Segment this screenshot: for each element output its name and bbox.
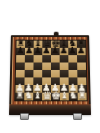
square-c2: ♟ [33, 85, 42, 93]
square-c4 [33, 70, 42, 78]
white-bishop: ♝ [60, 92, 69, 100]
black-rook: ♜ [77, 40, 86, 47]
square-f6 [60, 55, 69, 62]
square-h1: ♜ [78, 93, 87, 101]
black-pawn: ♟ [42, 47, 51, 54]
square-h8: ♜ [77, 41, 86, 48]
square-c1: ♝ [33, 93, 42, 101]
black-pawn: ♟ [60, 47, 69, 54]
white-knight: ♞ [69, 92, 78, 100]
square-g4 [68, 70, 77, 78]
square-g7: ♟ [68, 48, 77, 55]
white-pawn: ♟ [69, 84, 78, 92]
black-rook: ♜ [16, 40, 25, 47]
black-pawn: ♟ [68, 47, 77, 54]
square-d3 [42, 77, 51, 85]
hinge-left [20, 113, 29, 120]
black-pawn: ♟ [16, 47, 25, 54]
square-h7: ♟ [77, 48, 86, 55]
white-rook: ♜ [78, 92, 87, 100]
square-d6 [42, 55, 51, 62]
square-h3 [77, 77, 86, 85]
white-king: ♚ [51, 92, 60, 100]
square-b2: ♟ [24, 85, 33, 93]
square-a7: ♟ [16, 48, 25, 55]
square-f7: ♟ [60, 48, 69, 55]
black-bishop: ♝ [34, 40, 43, 47]
square-d4 [42, 70, 51, 78]
square-g2: ♟ [69, 85, 78, 93]
white-queen: ♛ [42, 92, 51, 100]
black-pawn: ♟ [25, 47, 34, 54]
square-c5 [33, 63, 42, 70]
square-h4 [77, 70, 86, 78]
square-d2: ♟ [42, 85, 51, 93]
square-b6 [25, 55, 34, 62]
square-c3 [33, 77, 42, 85]
white-knight: ♞ [24, 92, 33, 100]
square-a4 [16, 70, 25, 78]
marquetry-border: ♜♞♝♛♚♝♞♜♟♟♟♟♟♟♟♟♟♟♟♟♟♟♟♟♜♞♝♛♚♝♞♜ [11, 37, 89, 104]
white-pawn: ♟ [77, 84, 86, 92]
chess-box: ♜♞♝♛♚♝♞♜♟♟♟♟♟♟♟♟♟♟♟♟♟♟♟♟♜♞♝♛♚♝♞♜ [9, 35, 91, 115]
square-b7: ♟ [25, 48, 34, 55]
white-pawn: ♟ [42, 84, 51, 92]
square-d7: ♟ [42, 48, 51, 55]
product-photo: { "game": "chess", "scene": { "descripti… [0, 0, 100, 133]
white-rook: ♜ [15, 92, 24, 100]
square-a8: ♜ [16, 41, 25, 48]
square-e7: ♟ [51, 48, 60, 55]
square-c6 [34, 55, 43, 62]
square-a3 [16, 77, 25, 85]
square-f3 [60, 77, 69, 85]
white-pawn: ♟ [51, 84, 60, 92]
black-queen: ♛ [42, 40, 51, 47]
square-g8: ♞ [68, 41, 77, 48]
black-knight: ♞ [68, 40, 77, 47]
black-pawn: ♟ [51, 47, 60, 54]
square-a2: ♟ [15, 85, 24, 93]
square-f4 [60, 70, 69, 78]
square-b4 [25, 70, 34, 78]
square-d1: ♛ [42, 93, 51, 101]
square-g5 [68, 63, 77, 70]
square-a6 [16, 55, 25, 62]
square-f2: ♟ [60, 85, 69, 93]
square-a1: ♜ [15, 93, 24, 101]
square-g1: ♞ [69, 93, 78, 101]
square-c7: ♟ [34, 48, 43, 55]
square-d5 [42, 63, 51, 70]
black-knight: ♞ [25, 40, 34, 47]
square-b8: ♞ [25, 41, 34, 48]
square-h5 [77, 63, 86, 70]
square-b1: ♞ [24, 93, 33, 101]
square-e8: ♚ [51, 41, 60, 48]
white-pawn: ♟ [60, 84, 69, 92]
square-f5 [60, 63, 69, 70]
square-f8: ♝ [60, 41, 69, 48]
square-e2: ♟ [51, 85, 60, 93]
black-king: ♚ [51, 40, 60, 47]
white-pawn: ♟ [33, 84, 42, 92]
square-b5 [25, 63, 34, 70]
square-a5 [16, 63, 25, 70]
square-e4 [51, 70, 60, 78]
square-e1: ♚ [51, 93, 60, 101]
white-pawn: ♟ [24, 84, 33, 92]
square-g6 [68, 55, 77, 62]
square-h2: ♟ [78, 85, 87, 93]
board-frame: ♜♞♝♛♚♝♞♜♟♟♟♟♟♟♟♟♟♟♟♟♟♟♟♟♜♞♝♛♚♝♞♜ [9, 35, 91, 115]
square-e6 [51, 55, 60, 62]
square-e3 [51, 77, 60, 85]
square-e5 [51, 63, 60, 70]
black-pawn: ♟ [77, 47, 86, 54]
black-bishop: ♝ [60, 40, 69, 47]
square-b3 [24, 77, 33, 85]
square-f1: ♝ [60, 93, 69, 101]
white-bishop: ♝ [33, 92, 42, 100]
hinge-right [73, 113, 82, 120]
square-h6 [77, 55, 86, 62]
square-c8: ♝ [34, 41, 43, 48]
square-d8: ♛ [42, 41, 51, 48]
black-pawn: ♟ [34, 47, 43, 54]
chess-board: ♜♞♝♛♚♝♞♜♟♟♟♟♟♟♟♟♟♟♟♟♟♟♟♟♜♞♝♛♚♝♞♜ [14, 40, 87, 102]
square-g3 [69, 77, 78, 85]
white-pawn: ♟ [15, 84, 24, 92]
